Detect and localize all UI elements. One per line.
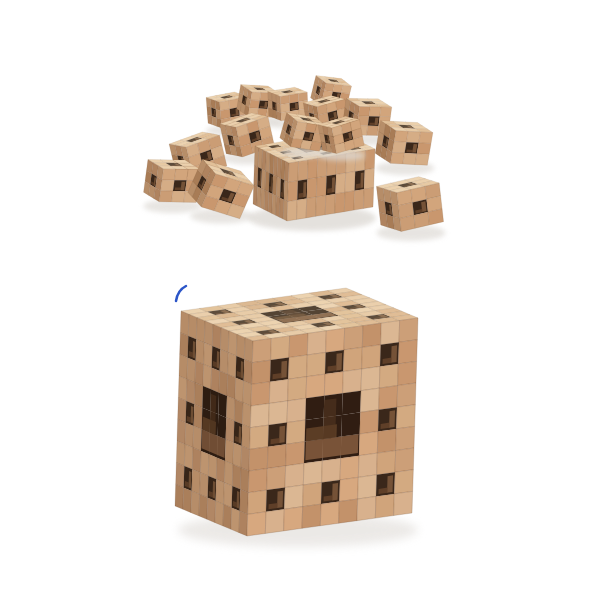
cube-face: [247, 318, 418, 536]
unit-cube: [374, 117, 434, 168]
cube-face: [268, 91, 282, 120]
product-photo: [0, 0, 600, 600]
puzzle-piece-front-6: [375, 174, 445, 234]
blue-pen-mark: [176, 286, 186, 301]
assembled-menger-cube: [175, 288, 418, 536]
unit-cube: [375, 174, 445, 234]
cube-face: [390, 131, 432, 166]
cube-face: [206, 97, 222, 128]
puzzle-piece-front-2: [374, 117, 434, 168]
puzzle-scene: [0, 0, 600, 600]
cube-face: [175, 311, 253, 536]
